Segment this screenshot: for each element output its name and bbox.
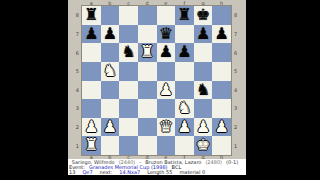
square-c3[interactable] (119, 99, 138, 118)
next-move-link[interactable]: 14.Nxa7 (119, 169, 140, 175)
square-g3[interactable] (194, 99, 213, 118)
white-rook[interactable]: ♜ (82, 136, 101, 155)
video-frame: abcdefgh ♜♜♚♟♟♛♟♟♞♜♟♟♞♟♞♞♟♟♛♟♟♟♜♚ abcdef… (0, 0, 320, 180)
square-g6[interactable] (194, 43, 213, 62)
white-king[interactable]: ♚ (194, 136, 213, 155)
square-b8[interactable] (101, 6, 120, 25)
square-g2[interactable]: ♟ (194, 118, 213, 137)
black-king[interactable]: ♚ (194, 6, 213, 25)
rank-label-4: 4 (68, 81, 81, 100)
rank-labels-left: 87654321 (68, 6, 81, 155)
chess-board: ♜♜♚♟♟♛♟♟♞♜♟♟♞♟♞♞♟♟♛♟♟♟♜♚ (82, 6, 231, 155)
square-h3[interactable] (212, 99, 231, 118)
black-pawn[interactable]: ♟ (212, 25, 231, 44)
black-pawn[interactable]: ♟ (82, 25, 101, 44)
black-knight[interactable]: ♞ (194, 81, 213, 100)
square-f5[interactable] (175, 62, 194, 81)
square-b3[interactable] (101, 99, 120, 118)
square-e8[interactable] (157, 6, 176, 25)
rank-label-8: 8 (232, 6, 246, 25)
black-queen[interactable]: ♛ (157, 25, 176, 44)
square-d8[interactable] (138, 6, 157, 25)
square-h8[interactable] (212, 6, 231, 25)
game-info-footer: Sariego, Wilfredo(2440)-Bruzon Batista, … (68, 159, 246, 175)
square-b2[interactable]: ♟ (101, 118, 120, 137)
black-knight[interactable]: ♞ (119, 43, 138, 62)
square-a7[interactable]: ♟ (82, 25, 101, 44)
last-move-link[interactable]: Qe7 (82, 169, 92, 175)
next-label: next: (100, 169, 113, 175)
white-pawn[interactable]: ♟ (175, 118, 194, 137)
rank-label-3: 3 (232, 99, 246, 118)
rank-label-8: 8 (68, 6, 81, 25)
rank-labels-right: 87654321 (232, 6, 246, 155)
square-d3[interactable] (138, 99, 157, 118)
board-frame: abcdefgh ♜♜♚♟♟♛♟♟♞♜♟♟♞♟♞♞♟♟♛♟♟♟♜♚ abcdef… (68, 0, 246, 159)
rank-label-7: 7 (68, 25, 81, 44)
square-a6[interactable] (82, 43, 101, 62)
black-pawn[interactable]: ♟ (175, 43, 194, 62)
square-b1[interactable] (101, 136, 120, 155)
square-e7[interactable]: ♛ (157, 25, 176, 44)
square-f2[interactable]: ♟ (175, 118, 194, 137)
square-g5[interactable] (194, 62, 213, 81)
move-number: 13 (69, 169, 75, 175)
square-h4[interactable] (212, 81, 231, 100)
square-e2[interactable]: ♛ (157, 118, 176, 137)
white-rook[interactable]: ♜ (138, 43, 157, 62)
square-a2[interactable]: ♟ (82, 118, 101, 137)
black-pawn[interactable]: ♟ (194, 25, 213, 44)
white-queen[interactable]: ♛ (157, 118, 176, 137)
black-rook[interactable]: ♜ (82, 6, 101, 25)
square-b6[interactable] (101, 43, 120, 62)
white-pawn[interactable]: ♟ (212, 118, 231, 137)
rank-label-6: 6 (68, 43, 81, 62)
white-pawn[interactable]: ♟ (194, 118, 213, 137)
white-pawn[interactable]: ♟ (157, 81, 176, 100)
square-h5[interactable] (212, 62, 231, 81)
square-h6[interactable] (212, 43, 231, 62)
square-c5[interactable] (119, 62, 138, 81)
square-e5[interactable] (157, 62, 176, 81)
square-c2[interactable] (119, 118, 138, 137)
white-knight[interactable]: ♞ (101, 62, 120, 81)
rank-label-6: 6 (232, 43, 246, 62)
square-e3[interactable] (157, 99, 176, 118)
square-g7[interactable]: ♟ (194, 25, 213, 44)
square-b4[interactable] (101, 81, 120, 100)
white-pawn[interactable]: ♟ (82, 118, 101, 137)
square-c1[interactable] (119, 136, 138, 155)
square-g4[interactable]: ♞ (194, 81, 213, 100)
rank-label-3: 3 (68, 99, 81, 118)
rank-label-4: 4 (232, 81, 246, 100)
square-h7[interactable]: ♟ (212, 25, 231, 44)
square-d6[interactable]: ♜ (138, 43, 157, 62)
square-h1[interactable] (212, 136, 231, 155)
black-rook[interactable]: ♜ (175, 6, 194, 25)
rank-label-2: 2 (68, 118, 81, 137)
square-a4[interactable] (82, 81, 101, 100)
square-g8[interactable]: ♚ (194, 6, 213, 25)
square-g1[interactable]: ♚ (194, 136, 213, 155)
square-a5[interactable] (82, 62, 101, 81)
square-a3[interactable] (82, 99, 101, 118)
square-f3[interactable]: ♞ (175, 99, 194, 118)
square-a1[interactable]: ♜ (82, 136, 101, 155)
square-d1[interactable] (138, 136, 157, 155)
square-c4[interactable] (119, 81, 138, 100)
square-f6[interactable]: ♟ (175, 43, 194, 62)
square-d5[interactable] (138, 62, 157, 81)
white-knight[interactable]: ♞ (175, 99, 194, 118)
square-f7[interactable] (175, 25, 194, 44)
square-b7[interactable]: ♟ (101, 25, 120, 44)
game-length: Length 55 (147, 169, 172, 175)
white-pawn[interactable]: ♟ (101, 118, 120, 137)
rank-label-5: 5 (68, 62, 81, 81)
black-pawn[interactable]: ♟ (101, 25, 120, 44)
square-f4[interactable] (175, 81, 194, 100)
square-c7[interactable] (119, 25, 138, 44)
square-d7[interactable] (138, 25, 157, 44)
black-pawn[interactable]: ♟ (157, 43, 176, 62)
square-e4[interactable]: ♟ (157, 81, 176, 100)
square-b5[interactable]: ♞ (101, 62, 120, 81)
square-c6[interactable]: ♞ (119, 43, 138, 62)
square-h2[interactable]: ♟ (212, 118, 231, 137)
square-e1[interactable] (157, 136, 176, 155)
square-d2[interactable] (138, 118, 157, 137)
square-f1[interactable] (175, 136, 194, 155)
material-balance: material 0 (179, 169, 205, 175)
rank-label-2: 2 (232, 118, 246, 137)
square-f8[interactable]: ♜ (175, 6, 194, 25)
status-line: 13Qe7next:14.Nxa7Length 55material 0 (69, 169, 245, 175)
rank-label-1: 1 (68, 136, 81, 155)
chess-panel: abcdefgh ♜♜♚♟♟♛♟♟♞♜♟♟♞♟♞♞♟♟♛♟♟♟♜♚ abcdef… (68, 0, 246, 180)
square-e6[interactable]: ♟ (157, 43, 176, 62)
rank-label-1: 1 (232, 136, 246, 155)
square-a8[interactable]: ♜ (82, 6, 101, 25)
rank-label-5: 5 (232, 62, 246, 81)
rank-label-7: 7 (232, 25, 246, 44)
square-d4[interactable] (138, 81, 157, 100)
square-c8[interactable] (119, 6, 138, 25)
